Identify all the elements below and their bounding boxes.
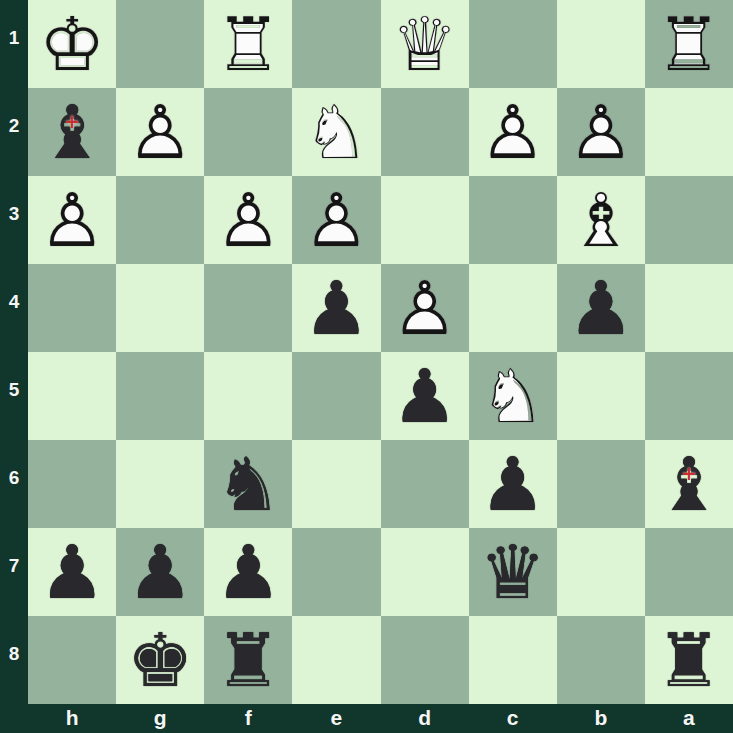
piece-white-queen[interactable]: ♛♕ — [381, 0, 469, 88]
square-e6[interactable] — [292, 440, 380, 528]
white-pawn-outline: ♙ — [381, 264, 469, 352]
piece-white-pawn[interactable]: ♟♙ — [204, 176, 292, 264]
piece-black-pawn[interactable]: ♟ — [381, 352, 469, 440]
rank-label-8: 8 — [0, 616, 28, 704]
square-d2[interactable] — [381, 88, 469, 176]
square-f5[interactable] — [204, 352, 292, 440]
file-label-e: e — [292, 704, 380, 733]
square-a5[interactable] — [645, 352, 733, 440]
rank-label-1: 1 — [0, 0, 28, 88]
chess-board: ♚♔♜♖♛♕♜♖♝+♟♙♞♘♟♙♟♙♟♙♟♙♟♙♝♗♟♟♙♟♟♞♘♞♟♝+♟♟♟… — [28, 0, 733, 704]
square-h5[interactable] — [28, 352, 116, 440]
piece-white-pawn[interactable]: ♟♙ — [28, 176, 116, 264]
black-bishop-glyph: ♝ — [645, 440, 733, 528]
white-rook-outline: ♖ — [645, 0, 733, 88]
black-bishop-glyph: ♝ — [28, 88, 116, 176]
square-h3[interactable]: ♟♙ — [28, 176, 116, 264]
piece-black-rook[interactable]: ♜ — [645, 616, 733, 704]
piece-white-king[interactable]: ♚♔ — [28, 0, 116, 88]
white-rook-outline: ♖ — [204, 0, 292, 88]
piece-white-knight[interactable]: ♞♘ — [469, 352, 557, 440]
file-label-d: d — [381, 704, 469, 733]
square-g7[interactable]: ♟ — [116, 528, 204, 616]
square-h2[interactable]: ♝+ — [28, 88, 116, 176]
square-f2[interactable] — [204, 88, 292, 176]
black-rook-glyph: ♜ — [645, 616, 733, 704]
chess-board-frame: 12345678 ♚♔♜♖♛♕♜♖♝+♟♙♞♘♟♙♟♙♟♙♟♙♟♙♝♗♟♟♙♟♟… — [0, 0, 733, 733]
square-c2[interactable]: ♟♙ — [469, 88, 557, 176]
rank-label-2: 2 — [0, 88, 28, 176]
square-c1[interactable] — [469, 0, 557, 88]
black-pawn-glyph: ♟ — [28, 528, 116, 616]
square-c3[interactable] — [469, 176, 557, 264]
square-a8[interactable]: ♜ — [645, 616, 733, 704]
bishop-cross-icon: + — [64, 112, 80, 131]
piece-white-pawn[interactable]: ♟♙ — [557, 88, 645, 176]
square-g5[interactable] — [116, 352, 204, 440]
black-pawn-glyph: ♟ — [204, 528, 292, 616]
square-e5[interactable] — [292, 352, 380, 440]
white-queen-outline: ♕ — [381, 0, 469, 88]
square-d3[interactable] — [381, 176, 469, 264]
rank-label-5: 5 — [0, 352, 28, 440]
black-pawn-glyph: ♟ — [116, 528, 204, 616]
square-c7[interactable]: ♛ — [469, 528, 557, 616]
white-bishop-outline: ♗ — [557, 176, 645, 264]
white-knight-outline: ♘ — [469, 352, 557, 440]
piece-white-rook[interactable]: ♜♖ — [204, 0, 292, 88]
square-f3[interactable]: ♟♙ — [204, 176, 292, 264]
square-e1[interactable] — [292, 0, 380, 88]
white-pawn-outline: ♙ — [116, 88, 204, 176]
square-c5[interactable]: ♞♘ — [469, 352, 557, 440]
square-b3[interactable]: ♝♗ — [557, 176, 645, 264]
rank-labels: 12345678 — [0, 0, 28, 704]
white-pawn-outline: ♙ — [28, 176, 116, 264]
square-g2[interactable]: ♟♙ — [116, 88, 204, 176]
square-h6[interactable] — [28, 440, 116, 528]
square-d1[interactable]: ♛♕ — [381, 0, 469, 88]
square-e8[interactable] — [292, 616, 380, 704]
square-b7[interactable] — [557, 528, 645, 616]
file-label-a: a — [645, 704, 733, 733]
square-e2[interactable]: ♞♘ — [292, 88, 380, 176]
square-e7[interactable] — [292, 528, 380, 616]
black-pawn-glyph: ♟ — [292, 264, 380, 352]
square-b4[interactable]: ♟ — [557, 264, 645, 352]
piece-black-rook[interactable]: ♜ — [204, 616, 292, 704]
piece-white-pawn[interactable]: ♟♙ — [469, 88, 557, 176]
square-d4[interactable]: ♟♙ — [381, 264, 469, 352]
square-f7[interactable]: ♟ — [204, 528, 292, 616]
square-h7[interactable]: ♟ — [28, 528, 116, 616]
piece-black-king[interactable]: ♚ — [116, 616, 204, 704]
white-pawn-outline: ♙ — [469, 88, 557, 176]
square-g4[interactable] — [116, 264, 204, 352]
square-a3[interactable] — [645, 176, 733, 264]
square-b2[interactable]: ♟♙ — [557, 88, 645, 176]
black-pawn-glyph: ♟ — [557, 264, 645, 352]
piece-white-pawn[interactable]: ♟♙ — [381, 264, 469, 352]
file-label-h: h — [28, 704, 116, 733]
square-d8[interactable] — [381, 616, 469, 704]
piece-black-pawn[interactable]: ♟ — [292, 264, 380, 352]
square-b5[interactable] — [557, 352, 645, 440]
piece-white-pawn[interactable]: ♟♙ — [292, 176, 380, 264]
square-e4[interactable]: ♟ — [292, 264, 380, 352]
square-g1[interactable] — [116, 0, 204, 88]
square-f8[interactable]: ♜ — [204, 616, 292, 704]
file-labels: hgfedcba — [28, 704, 733, 733]
square-h8[interactable] — [28, 616, 116, 704]
piece-black-bishop[interactable]: ♝+ — [645, 440, 733, 528]
piece-white-pawn[interactable]: ♟♙ — [116, 88, 204, 176]
piece-white-bishop[interactable]: ♝♗ — [557, 176, 645, 264]
file-label-g: g — [116, 704, 204, 733]
white-pawn-outline: ♙ — [292, 176, 380, 264]
piece-black-pawn[interactable]: ♟ — [557, 264, 645, 352]
piece-black-queen[interactable]: ♛ — [469, 528, 557, 616]
square-a4[interactable] — [645, 264, 733, 352]
square-g8[interactable]: ♚ — [116, 616, 204, 704]
piece-black-pawn[interactable]: ♟ — [116, 528, 204, 616]
square-f1[interactable]: ♜♖ — [204, 0, 292, 88]
black-king-glyph: ♚ — [116, 616, 204, 704]
square-c4[interactable] — [469, 264, 557, 352]
rank-label-3: 3 — [0, 176, 28, 264]
square-f4[interactable] — [204, 264, 292, 352]
square-g3[interactable] — [116, 176, 204, 264]
piece-black-pawn[interactable]: ♟ — [469, 440, 557, 528]
black-queen-glyph: ♛ — [469, 528, 557, 616]
bishop-cross-icon: + — [681, 464, 697, 483]
square-e3[interactable]: ♟♙ — [292, 176, 380, 264]
square-b6[interactable] — [557, 440, 645, 528]
rank-label-6: 6 — [0, 440, 28, 528]
piece-white-rook[interactable]: ♜♖ — [645, 0, 733, 88]
file-label-f: f — [204, 704, 292, 733]
file-label-b: b — [557, 704, 645, 733]
white-pawn-outline: ♙ — [557, 88, 645, 176]
white-king-outline: ♔ — [28, 0, 116, 88]
piece-black-pawn[interactable]: ♟ — [28, 528, 116, 616]
piece-black-pawn[interactable]: ♟ — [204, 528, 292, 616]
square-d7[interactable] — [381, 528, 469, 616]
piece-white-knight[interactable]: ♞♘ — [292, 88, 380, 176]
square-c8[interactable] — [469, 616, 557, 704]
square-d6[interactable] — [381, 440, 469, 528]
black-knight-glyph: ♞ — [204, 440, 292, 528]
square-d5[interactable]: ♟ — [381, 352, 469, 440]
square-a1[interactable]: ♜♖ — [645, 0, 733, 88]
black-pawn-glyph: ♟ — [381, 352, 469, 440]
square-a6[interactable]: ♝+ — [645, 440, 733, 528]
square-g6[interactable] — [116, 440, 204, 528]
square-c6[interactable]: ♟ — [469, 440, 557, 528]
white-knight-outline: ♘ — [292, 88, 380, 176]
square-b8[interactable] — [557, 616, 645, 704]
rank-label-4: 4 — [0, 264, 28, 352]
square-h4[interactable] — [28, 264, 116, 352]
square-f6[interactable]: ♞ — [204, 440, 292, 528]
piece-black-knight[interactable]: ♞ — [204, 440, 292, 528]
square-h1[interactable]: ♚♔ — [28, 0, 116, 88]
white-pawn-outline: ♙ — [204, 176, 292, 264]
piece-black-bishop[interactable]: ♝+ — [28, 88, 116, 176]
black-rook-glyph: ♜ — [204, 616, 292, 704]
black-pawn-glyph: ♟ — [469, 440, 557, 528]
square-a7[interactable] — [645, 528, 733, 616]
file-label-c: c — [469, 704, 557, 733]
rank-label-7: 7 — [0, 528, 28, 616]
square-a2[interactable] — [645, 88, 733, 176]
square-b1[interactable] — [557, 0, 645, 88]
